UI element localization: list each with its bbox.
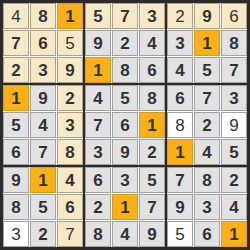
cell-r5c4[interactable]: 7 <box>85 112 111 138</box>
cell-r6c7[interactable]: 1 <box>167 139 193 165</box>
cell-r7c6[interactable]: 5 <box>139 167 165 193</box>
cell-r6c1[interactable]: 6 <box>3 139 29 165</box>
cell-r6c9[interactable]: 5 <box>221 139 247 165</box>
cell-r7c8[interactable]: 8 <box>194 167 220 193</box>
cell-r5c3[interactable]: 3 <box>57 112 83 138</box>
cell-r2c6[interactable]: 4 <box>139 30 165 56</box>
sudoku-board: 4817652395739241862963184571925436784587… <box>0 0 250 250</box>
cell-r8c8[interactable]: 3 <box>194 194 220 220</box>
cell-r2c9[interactable]: 8 <box>221 30 247 56</box>
cell-r6c2[interactable]: 7 <box>30 139 56 165</box>
cell-r2c8[interactable]: 1 <box>194 30 220 56</box>
cell-r2c7[interactable]: 3 <box>167 30 193 56</box>
box-9: 782934561 <box>166 166 248 248</box>
cell-r4c8[interactable]: 7 <box>194 85 220 111</box>
cell-r6c4[interactable]: 3 <box>85 139 111 165</box>
cell-r8c3[interactable]: 6 <box>57 194 83 220</box>
cell-r9c2[interactable]: 2 <box>30 221 56 247</box>
cell-r8c9[interactable]: 4 <box>221 194 247 220</box>
cell-r7c1[interactable]: 9 <box>3 167 29 193</box>
cell-r5c7[interactable]: 8 <box>167 112 193 138</box>
cell-r3c9[interactable]: 7 <box>221 57 247 83</box>
cell-r6c5[interactable]: 9 <box>112 139 138 165</box>
cell-r2c3[interactable]: 5 <box>57 30 83 56</box>
box-2: 573924186 <box>84 2 166 84</box>
cell-r2c4[interactable]: 9 <box>85 30 111 56</box>
cell-r8c6[interactable]: 7 <box>139 194 165 220</box>
cell-r5c2[interactable]: 4 <box>30 112 56 138</box>
box-4: 192543678 <box>2 84 84 166</box>
cell-r3c7[interactable]: 4 <box>167 57 193 83</box>
cell-r3c8[interactable]: 5 <box>194 57 220 83</box>
cell-r5c5[interactable]: 6 <box>112 112 138 138</box>
cell-r3c1[interactable]: 2 <box>3 57 29 83</box>
cell-r5c8[interactable]: 2 <box>194 112 220 138</box>
box-8: 635217849 <box>84 166 166 248</box>
cell-r2c1[interactable]: 7 <box>3 30 29 56</box>
cell-r7c3[interactable]: 4 <box>57 167 83 193</box>
cell-r3c5[interactable]: 8 <box>112 57 138 83</box>
cell-r3c2[interactable]: 3 <box>30 57 56 83</box>
box-5: 458761392 <box>84 84 166 166</box>
cell-r1c2[interactable]: 8 <box>30 3 56 29</box>
cell-r9c3[interactable]: 7 <box>57 221 83 247</box>
cell-r9c4[interactable]: 8 <box>85 221 111 247</box>
cell-r1c9[interactable]: 6 <box>221 3 247 29</box>
cell-r5c1[interactable]: 5 <box>3 112 29 138</box>
cell-r9c8[interactable]: 6 <box>194 221 220 247</box>
cell-r4c2[interactable]: 9 <box>30 85 56 111</box>
cell-r1c4[interactable]: 5 <box>85 3 111 29</box>
cell-r8c4[interactable]: 2 <box>85 194 111 220</box>
cell-r4c3[interactable]: 2 <box>57 85 83 111</box>
cell-r1c3-selected[interactable]: 1 <box>57 3 83 29</box>
cell-r4c4[interactable]: 4 <box>85 85 111 111</box>
cell-r4c7[interactable]: 6 <box>167 85 193 111</box>
cell-r9c9[interactable]: 1 <box>221 221 247 247</box>
cell-r8c7[interactable]: 9 <box>167 194 193 220</box>
cell-r3c3[interactable]: 9 <box>57 57 83 83</box>
cell-r7c2[interactable]: 1 <box>30 167 56 193</box>
cell-r1c5[interactable]: 7 <box>112 3 138 29</box>
cell-r8c2[interactable]: 5 <box>30 194 56 220</box>
cell-r7c5[interactable]: 3 <box>112 167 138 193</box>
cell-r1c7[interactable]: 2 <box>167 3 193 29</box>
cell-r6c8[interactable]: 4 <box>194 139 220 165</box>
box-6: 673829145 <box>166 84 248 166</box>
cell-r7c7[interactable]: 7 <box>167 167 193 193</box>
cell-r3c4[interactable]: 1 <box>85 57 111 83</box>
cell-r9c6[interactable]: 9 <box>139 221 165 247</box>
cell-r2c5[interactable]: 2 <box>112 30 138 56</box>
cell-r9c5[interactable]: 4 <box>112 221 138 247</box>
box-7: 914856327 <box>2 166 84 248</box>
box-3: 296318457 <box>166 2 248 84</box>
cell-r6c6[interactable]: 2 <box>139 139 165 165</box>
cell-r4c9[interactable]: 3 <box>221 85 247 111</box>
cell-r1c8[interactable]: 9 <box>194 3 220 29</box>
cell-r8c5[interactable]: 1 <box>112 194 138 220</box>
cell-r1c1[interactable]: 4 <box>3 3 29 29</box>
cell-r5c9[interactable]: 9 <box>221 112 247 138</box>
cell-r7c9[interactable]: 2 <box>221 167 247 193</box>
cell-r5c6[interactable]: 1 <box>139 112 165 138</box>
cell-r2c2[interactable]: 6 <box>30 30 56 56</box>
cell-r4c5[interactable]: 5 <box>112 85 138 111</box>
cell-r9c7[interactable]: 5 <box>167 221 193 247</box>
cell-r3c6[interactable]: 6 <box>139 57 165 83</box>
box-1: 481765239 <box>2 2 84 84</box>
cell-r4c1[interactable]: 1 <box>3 85 29 111</box>
cell-r7c4[interactable]: 6 <box>85 167 111 193</box>
cell-r9c1[interactable]: 3 <box>3 221 29 247</box>
cell-r4c6[interactable]: 8 <box>139 85 165 111</box>
cell-r6c3[interactable]: 8 <box>57 139 83 165</box>
cell-r1c6[interactable]: 3 <box>139 3 165 29</box>
cell-r8c1[interactable]: 8 <box>3 194 29 220</box>
